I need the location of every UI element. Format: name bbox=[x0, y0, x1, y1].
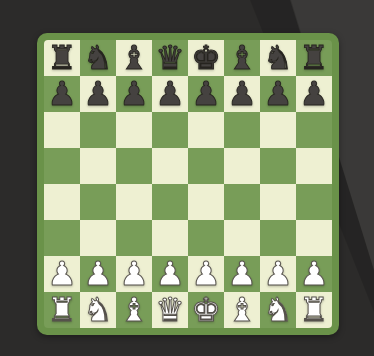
square-f5[interactable] bbox=[224, 148, 260, 184]
square-e1[interactable]: ♚ bbox=[188, 292, 224, 328]
square-c1[interactable]: ♝ bbox=[116, 292, 152, 328]
white-bishop[interactable]: ♝ bbox=[224, 292, 260, 328]
black-pawn[interactable]: ♟ bbox=[44, 76, 80, 112]
black-knight[interactable]: ♞ bbox=[260, 40, 296, 76]
white-pawn[interactable]: ♟ bbox=[188, 256, 224, 292]
white-pawn[interactable]: ♟ bbox=[152, 256, 188, 292]
square-e3[interactable] bbox=[188, 220, 224, 256]
square-a1[interactable]: ♜ bbox=[44, 292, 80, 328]
square-a3[interactable] bbox=[44, 220, 80, 256]
board-grid: ♜♞♝♛♚♝♞♜♟♟♟♟♟♟♟♟♟♟♟♟♟♟♟♟♜♞♝♛♚♝♞♜ bbox=[44, 40, 332, 328]
square-a7[interactable]: ♟ bbox=[44, 76, 80, 112]
square-f4[interactable] bbox=[224, 184, 260, 220]
square-g3[interactable] bbox=[260, 220, 296, 256]
square-b1[interactable]: ♞ bbox=[80, 292, 116, 328]
chess-board: ♜♞♝♛♚♝♞♜♟♟♟♟♟♟♟♟♟♟♟♟♟♟♟♟♜♞♝♛♚♝♞♜ bbox=[37, 33, 339, 335]
white-king[interactable]: ♚ bbox=[188, 292, 224, 328]
square-d3[interactable] bbox=[152, 220, 188, 256]
square-e2[interactable]: ♟ bbox=[188, 256, 224, 292]
white-pawn[interactable]: ♟ bbox=[80, 256, 116, 292]
square-c7[interactable]: ♟ bbox=[116, 76, 152, 112]
square-g7[interactable]: ♟ bbox=[260, 76, 296, 112]
square-c8[interactable]: ♝ bbox=[116, 40, 152, 76]
square-d5[interactable] bbox=[152, 148, 188, 184]
square-c4[interactable] bbox=[116, 184, 152, 220]
square-b6[interactable] bbox=[80, 112, 116, 148]
square-h5[interactable] bbox=[296, 148, 332, 184]
black-pawn[interactable]: ♟ bbox=[152, 76, 188, 112]
white-knight[interactable]: ♞ bbox=[80, 292, 116, 328]
square-a6[interactable] bbox=[44, 112, 80, 148]
square-d4[interactable] bbox=[152, 184, 188, 220]
square-c5[interactable] bbox=[116, 148, 152, 184]
square-h8[interactable]: ♜ bbox=[296, 40, 332, 76]
square-e6[interactable] bbox=[188, 112, 224, 148]
square-g1[interactable]: ♞ bbox=[260, 292, 296, 328]
square-a4[interactable] bbox=[44, 184, 80, 220]
square-e4[interactable] bbox=[188, 184, 224, 220]
square-h4[interactable] bbox=[296, 184, 332, 220]
square-b4[interactable] bbox=[80, 184, 116, 220]
black-knight[interactable]: ♞ bbox=[80, 40, 116, 76]
black-pawn[interactable]: ♟ bbox=[116, 76, 152, 112]
square-g4[interactable] bbox=[260, 184, 296, 220]
square-c3[interactable] bbox=[116, 220, 152, 256]
square-f3[interactable] bbox=[224, 220, 260, 256]
white-knight[interactable]: ♞ bbox=[260, 292, 296, 328]
square-a2[interactable]: ♟ bbox=[44, 256, 80, 292]
square-g5[interactable] bbox=[260, 148, 296, 184]
square-d1[interactable]: ♛ bbox=[152, 292, 188, 328]
white-rook[interactable]: ♜ bbox=[44, 292, 80, 328]
white-rook[interactable]: ♜ bbox=[296, 292, 332, 328]
black-pawn[interactable]: ♟ bbox=[80, 76, 116, 112]
square-e7[interactable]: ♟ bbox=[188, 76, 224, 112]
app-background: ♜♞♝♛♚♝♞♜♟♟♟♟♟♟♟♟♟♟♟♟♟♟♟♟♜♞♝♛♚♝♞♜ bbox=[0, 0, 374, 356]
white-pawn[interactable]: ♟ bbox=[44, 256, 80, 292]
square-g8[interactable]: ♞ bbox=[260, 40, 296, 76]
square-b3[interactable] bbox=[80, 220, 116, 256]
square-b2[interactable]: ♟ bbox=[80, 256, 116, 292]
square-b8[interactable]: ♞ bbox=[80, 40, 116, 76]
square-a5[interactable] bbox=[44, 148, 80, 184]
black-pawn[interactable]: ♟ bbox=[224, 76, 260, 112]
square-d6[interactable] bbox=[152, 112, 188, 148]
square-a8[interactable]: ♜ bbox=[44, 40, 80, 76]
black-rook[interactable]: ♜ bbox=[44, 40, 80, 76]
black-bishop[interactable]: ♝ bbox=[116, 40, 152, 76]
square-f6[interactable] bbox=[224, 112, 260, 148]
black-pawn[interactable]: ♟ bbox=[260, 76, 296, 112]
square-d7[interactable]: ♟ bbox=[152, 76, 188, 112]
square-h3[interactable] bbox=[296, 220, 332, 256]
black-pawn[interactable]: ♟ bbox=[296, 76, 332, 112]
black-king[interactable]: ♚ bbox=[188, 40, 224, 76]
square-g2[interactable]: ♟ bbox=[260, 256, 296, 292]
square-h7[interactable]: ♟ bbox=[296, 76, 332, 112]
square-f1[interactable]: ♝ bbox=[224, 292, 260, 328]
square-e5[interactable] bbox=[188, 148, 224, 184]
black-queen[interactable]: ♛ bbox=[152, 40, 188, 76]
square-b5[interactable] bbox=[80, 148, 116, 184]
white-bishop[interactable]: ♝ bbox=[116, 292, 152, 328]
square-h6[interactable] bbox=[296, 112, 332, 148]
square-h1[interactable]: ♜ bbox=[296, 292, 332, 328]
white-pawn[interactable]: ♟ bbox=[116, 256, 152, 292]
square-h2[interactable]: ♟ bbox=[296, 256, 332, 292]
square-g6[interactable] bbox=[260, 112, 296, 148]
square-c2[interactable]: ♟ bbox=[116, 256, 152, 292]
square-d8[interactable]: ♛ bbox=[152, 40, 188, 76]
black-pawn[interactable]: ♟ bbox=[188, 76, 224, 112]
square-e8[interactable]: ♚ bbox=[188, 40, 224, 76]
white-pawn[interactable]: ♟ bbox=[260, 256, 296, 292]
black-rook[interactable]: ♜ bbox=[296, 40, 332, 76]
black-bishop[interactable]: ♝ bbox=[224, 40, 260, 76]
square-f7[interactable]: ♟ bbox=[224, 76, 260, 112]
white-pawn[interactable]: ♟ bbox=[296, 256, 332, 292]
square-d2[interactable]: ♟ bbox=[152, 256, 188, 292]
square-f8[interactable]: ♝ bbox=[224, 40, 260, 76]
white-queen[interactable]: ♛ bbox=[152, 292, 188, 328]
square-f2[interactable]: ♟ bbox=[224, 256, 260, 292]
white-pawn[interactable]: ♟ bbox=[224, 256, 260, 292]
square-b7[interactable]: ♟ bbox=[80, 76, 116, 112]
square-c6[interactable] bbox=[116, 112, 152, 148]
